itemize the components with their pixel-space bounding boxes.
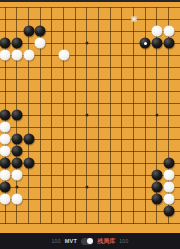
hoshi-point bbox=[15, 186, 18, 189]
white-stone[interactable] bbox=[0, 122, 11, 133]
grid-line-h bbox=[0, 79, 180, 80]
black-stone[interactable] bbox=[11, 134, 22, 145]
black-stone[interactable] bbox=[163, 158, 174, 169]
white-stone[interactable] bbox=[0, 170, 11, 181]
left-counter: 100 bbox=[51, 238, 60, 244]
white-stone[interactable] bbox=[11, 194, 22, 205]
black-stone[interactable] bbox=[11, 110, 22, 121]
black-stone[interactable] bbox=[0, 110, 11, 121]
white-stone[interactable] bbox=[0, 50, 11, 61]
white-stone[interactable] bbox=[151, 26, 162, 37]
white-stone[interactable] bbox=[163, 26, 174, 37]
black-stone[interactable] bbox=[23, 158, 34, 169]
grid-line-v bbox=[51, 7, 52, 224]
hoshi-point bbox=[85, 114, 88, 117]
toggle-knob-icon bbox=[87, 238, 93, 244]
grid-line-h bbox=[0, 67, 180, 68]
grid-line-v bbox=[133, 7, 134, 224]
white-stone[interactable] bbox=[163, 194, 174, 205]
black-stone[interactable] bbox=[0, 38, 11, 49]
grid-line-h bbox=[0, 91, 180, 92]
black-stone[interactable] bbox=[11, 146, 22, 157]
grid-line-v bbox=[63, 7, 64, 224]
grid-line-h bbox=[0, 127, 180, 128]
grid-line-v bbox=[28, 7, 29, 224]
grid-line-h bbox=[0, 115, 180, 116]
black-stone[interactable] bbox=[23, 26, 34, 37]
go-board-grid bbox=[0, 2, 180, 229]
black-stone[interactable] bbox=[35, 26, 46, 37]
black-stone[interactable] bbox=[140, 38, 151, 49]
grid-line-v bbox=[110, 7, 111, 224]
black-stone[interactable] bbox=[163, 38, 174, 49]
black-stone[interactable] bbox=[151, 182, 162, 193]
right-counter: 100 bbox=[119, 238, 128, 244]
white-stone[interactable] bbox=[11, 170, 22, 181]
grid-line-h bbox=[0, 211, 180, 212]
red-mode-label: 残局库 bbox=[97, 237, 115, 246]
mode-label: MVT bbox=[65, 238, 78, 244]
mode-toggle[interactable] bbox=[81, 238, 93, 245]
grid-line-v bbox=[75, 7, 76, 224]
go-board[interactable] bbox=[0, 2, 180, 233]
white-stone[interactable] bbox=[0, 134, 11, 145]
grid-line-h bbox=[0, 7, 180, 8]
grid-line-h bbox=[0, 151, 180, 152]
hoshi-point bbox=[85, 186, 88, 189]
white-stone[interactable] bbox=[58, 50, 69, 61]
black-stone[interactable] bbox=[0, 182, 11, 193]
black-stone[interactable] bbox=[11, 38, 22, 49]
bottom-toolbar: 100 MVT 残局库 100 bbox=[0, 233, 180, 249]
black-stone[interactable] bbox=[11, 158, 22, 169]
last-move-marker-icon bbox=[144, 42, 147, 45]
black-stone[interactable] bbox=[23, 134, 34, 145]
white-stone[interactable] bbox=[163, 182, 174, 193]
black-stone[interactable] bbox=[151, 38, 162, 49]
white-stone[interactable] bbox=[0, 146, 11, 157]
hoshi-point bbox=[85, 42, 88, 45]
grid-line-h bbox=[0, 19, 180, 20]
square-marker-icon bbox=[131, 17, 136, 22]
black-stone[interactable] bbox=[151, 170, 162, 181]
white-stone[interactable] bbox=[23, 50, 34, 61]
white-stone[interactable] bbox=[163, 170, 174, 181]
grid-line-v bbox=[121, 7, 122, 224]
grid-line-h bbox=[0, 103, 180, 104]
grid-line-h bbox=[0, 223, 180, 224]
go-app-screen: 100 MVT 残局库 100 bbox=[0, 0, 180, 249]
hoshi-point bbox=[155, 114, 158, 117]
white-stone[interactable] bbox=[0, 194, 11, 205]
white-stone[interactable] bbox=[11, 50, 22, 61]
black-stone[interactable] bbox=[163, 206, 174, 217]
white-stone[interactable] bbox=[35, 38, 46, 49]
black-stone[interactable] bbox=[151, 194, 162, 205]
black-stone[interactable] bbox=[0, 158, 11, 169]
grid-line-v bbox=[98, 7, 99, 224]
